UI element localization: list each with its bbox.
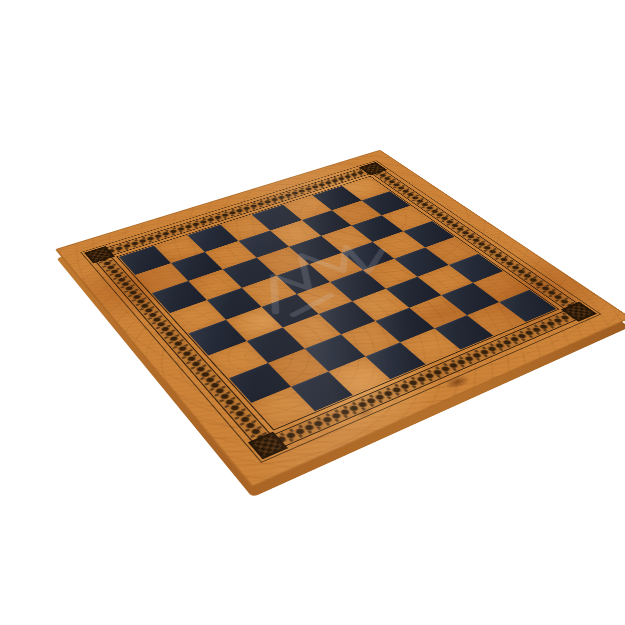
board-surface <box>55 150 625 488</box>
board-grid <box>119 177 557 428</box>
product-photo <box>0 0 625 625</box>
chess-board <box>55 150 625 488</box>
